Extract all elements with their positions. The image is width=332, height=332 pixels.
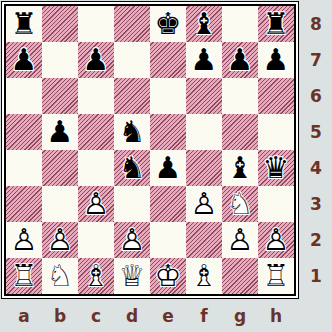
black-pawn-glyph: ♟ xyxy=(150,150,186,186)
square-g8[interactable] xyxy=(222,6,258,42)
square-a7[interactable]: ♟ xyxy=(6,42,42,78)
square-f3[interactable]: ♟♙ xyxy=(186,186,222,222)
square-g6[interactable] xyxy=(222,78,258,114)
white-king[interactable]: ♚♔ xyxy=(150,258,186,294)
square-b5[interactable]: ♟ xyxy=(42,114,78,150)
file-label-d: d xyxy=(114,299,150,332)
white-pawn-glyph: ♙ xyxy=(222,222,258,258)
file-label-g: g xyxy=(222,299,258,332)
white-queen[interactable]: ♛♕ xyxy=(114,258,150,294)
square-h1[interactable]: ♜♖ xyxy=(258,258,294,294)
white-king-glyph: ♔ xyxy=(150,258,186,294)
square-e1[interactable]: ♚♔ xyxy=(150,258,186,294)
square-g4[interactable]: ♝ xyxy=(222,150,258,186)
file-labels: a b c d e f g h xyxy=(6,299,294,332)
square-d7[interactable] xyxy=(114,42,150,78)
file-label-c: c xyxy=(78,299,114,332)
file-label-h: h xyxy=(258,299,294,332)
white-knight[interactable]: ♞♘ xyxy=(222,186,258,222)
white-pawn[interactable]: ♟♙ xyxy=(258,222,294,258)
square-f4[interactable] xyxy=(186,150,222,186)
square-h8[interactable]: ♜ xyxy=(258,6,294,42)
file-label-e: e xyxy=(150,299,186,332)
square-b6[interactable] xyxy=(42,78,78,114)
white-pawn-glyph: ♙ xyxy=(78,186,114,222)
rank-label-3: 3 xyxy=(300,186,332,222)
square-h6[interactable] xyxy=(258,78,294,114)
white-pawn[interactable]: ♟♙ xyxy=(114,222,150,258)
square-h7[interactable]: ♟ xyxy=(258,42,294,78)
square-a5[interactable] xyxy=(6,114,42,150)
square-e8[interactable]: ♚ xyxy=(150,6,186,42)
white-pawn-glyph: ♙ xyxy=(42,222,78,258)
square-a8[interactable]: ♜ xyxy=(6,6,42,42)
white-knight-glyph: ♘ xyxy=(42,258,78,294)
white-pawn[interactable]: ♟♙ xyxy=(6,222,42,258)
square-h2[interactable]: ♟♙ xyxy=(258,222,294,258)
square-e7[interactable] xyxy=(150,42,186,78)
rank-label-8: 8 xyxy=(300,6,332,42)
square-c1[interactable]: ♝♗ xyxy=(78,258,114,294)
white-rook[interactable]: ♜♖ xyxy=(258,258,294,294)
black-bishop-glyph: ♝ xyxy=(186,6,222,42)
square-c8[interactable] xyxy=(78,6,114,42)
black-pawn-glyph: ♟ xyxy=(186,42,222,78)
square-f1[interactable]: ♝♗ xyxy=(186,258,222,294)
rank-label-5: 5 xyxy=(300,114,332,150)
black-rook[interactable]: ♜ xyxy=(258,6,294,42)
square-f6[interactable] xyxy=(186,78,222,114)
square-c4[interactable] xyxy=(78,150,114,186)
square-e5[interactable] xyxy=(150,114,186,150)
square-d1[interactable]: ♛♕ xyxy=(114,258,150,294)
square-e6[interactable] xyxy=(150,78,186,114)
square-f5[interactable] xyxy=(186,114,222,150)
white-bishop-glyph: ♗ xyxy=(78,258,114,294)
white-bishop-glyph: ♗ xyxy=(186,258,222,294)
white-queen-glyph: ♕ xyxy=(114,258,150,294)
square-c3[interactable]: ♟♙ xyxy=(78,186,114,222)
square-a1[interactable]: ♜♖ xyxy=(6,258,42,294)
rank-label-1: 1 xyxy=(300,258,332,294)
square-d3[interactable] xyxy=(114,186,150,222)
rank-label-7: 7 xyxy=(300,42,332,78)
square-f7[interactable]: ♟ xyxy=(186,42,222,78)
black-king-glyph: ♚ xyxy=(150,6,186,42)
black-pawn-glyph: ♟ xyxy=(42,114,78,150)
chess-diagram: ♜♚♝♜♟♟♟♟♟♟♞♞♟♝♛♟♙♟♙♞♘♟♙♟♙♟♙♟♙♟♙♜♖♞♘♝♗♛♕♚… xyxy=(0,0,332,332)
square-h3[interactable] xyxy=(258,186,294,222)
black-bishop[interactable]: ♝ xyxy=(222,150,258,186)
black-rook-glyph: ♜ xyxy=(6,6,42,42)
square-e4[interactable]: ♟ xyxy=(150,150,186,186)
square-b4[interactable] xyxy=(42,150,78,186)
white-knight-glyph: ♘ xyxy=(222,186,258,222)
white-pawn-glyph: ♙ xyxy=(114,222,150,258)
square-d8[interactable] xyxy=(114,6,150,42)
black-king[interactable]: ♚ xyxy=(150,6,186,42)
black-knight-glyph: ♞ xyxy=(114,114,150,150)
white-pawn-glyph: ♙ xyxy=(186,186,222,222)
black-pawn[interactable]: ♟ xyxy=(186,42,222,78)
file-label-f: f xyxy=(186,299,222,332)
square-b1[interactable]: ♞♘ xyxy=(42,258,78,294)
black-pawn-glyph: ♟ xyxy=(6,42,42,78)
black-queen-glyph: ♛ xyxy=(258,150,294,186)
white-rook[interactable]: ♜♖ xyxy=(6,258,42,294)
square-c7[interactable]: ♟ xyxy=(78,42,114,78)
white-pawn[interactable]: ♟♙ xyxy=(222,222,258,258)
black-bishop[interactable]: ♝ xyxy=(186,6,222,42)
square-c6[interactable] xyxy=(78,78,114,114)
file-label-b: b xyxy=(42,299,78,332)
black-queen[interactable]: ♛ xyxy=(258,150,294,186)
square-g7[interactable]: ♟ xyxy=(222,42,258,78)
square-g5[interactable] xyxy=(222,114,258,150)
black-pawn[interactable]: ♟ xyxy=(258,42,294,78)
square-g2[interactable]: ♟♙ xyxy=(222,222,258,258)
square-g1[interactable] xyxy=(222,258,258,294)
square-a2[interactable]: ♟♙ xyxy=(6,222,42,258)
white-pawn-glyph: ♙ xyxy=(258,222,294,258)
square-b8[interactable] xyxy=(42,6,78,42)
black-rook[interactable]: ♜ xyxy=(6,6,42,42)
board-border: ♜♚♝♜♟♟♟♟♟♟♞♞♟♝♛♟♙♟♙♞♘♟♙♟♙♟♙♟♙♟♙♜♖♞♘♝♗♛♕♚… xyxy=(1,1,299,299)
white-bishop[interactable]: ♝♗ xyxy=(78,258,114,294)
chess-board: ♜♚♝♜♟♟♟♟♟♟♞♞♟♝♛♟♙♟♙♞♘♟♙♟♙♟♙♟♙♟♙♜♖♞♘♝♗♛♕♚… xyxy=(6,6,294,294)
file-label-a: a xyxy=(6,299,42,332)
black-pawn[interactable]: ♟ xyxy=(6,42,42,78)
square-c5[interactable] xyxy=(78,114,114,150)
white-pawn[interactable]: ♟♙ xyxy=(186,186,222,222)
square-a3[interactable] xyxy=(6,186,42,222)
black-pawn[interactable]: ♟ xyxy=(222,42,258,78)
square-b7[interactable] xyxy=(42,42,78,78)
square-a4[interactable] xyxy=(6,150,42,186)
square-d4[interactable]: ♞ xyxy=(114,150,150,186)
black-knight[interactable]: ♞ xyxy=(114,114,150,150)
square-g3[interactable]: ♞♘ xyxy=(222,186,258,222)
black-pawn[interactable]: ♟ xyxy=(150,150,186,186)
square-f8[interactable]: ♝ xyxy=(186,6,222,42)
square-d6[interactable] xyxy=(114,78,150,114)
white-pawn[interactable]: ♟♙ xyxy=(42,222,78,258)
white-knight[interactable]: ♞♘ xyxy=(42,258,78,294)
square-b3[interactable] xyxy=(42,186,78,222)
square-e3[interactable] xyxy=(150,186,186,222)
black-pawn[interactable]: ♟ xyxy=(42,114,78,150)
square-h4[interactable]: ♛ xyxy=(258,150,294,186)
black-knight[interactable]: ♞ xyxy=(114,150,150,186)
square-e2[interactable] xyxy=(150,222,186,258)
square-f2[interactable] xyxy=(186,222,222,258)
white-rook-glyph: ♖ xyxy=(6,258,42,294)
board-inner-border: ♜♚♝♜♟♟♟♟♟♟♞♞♟♝♛♟♙♟♙♞♘♟♙♟♙♟♙♟♙♟♙♜♖♞♘♝♗♛♕♚… xyxy=(4,4,296,296)
black-bishop-glyph: ♝ xyxy=(222,150,258,186)
square-c2[interactable] xyxy=(78,222,114,258)
square-h5[interactable] xyxy=(258,114,294,150)
rank-label-6: 6 xyxy=(300,78,332,114)
rank-label-4: 4 xyxy=(300,150,332,186)
black-pawn-glyph: ♟ xyxy=(222,42,258,78)
white-rook-glyph: ♖ xyxy=(258,258,294,294)
black-pawn-glyph: ♟ xyxy=(78,42,114,78)
rank-label-2: 2 xyxy=(300,222,332,258)
white-pawn-glyph: ♙ xyxy=(6,222,42,258)
black-rook-glyph: ♜ xyxy=(258,6,294,42)
black-pawn-glyph: ♟ xyxy=(258,42,294,78)
square-d5[interactable]: ♞ xyxy=(114,114,150,150)
rank-labels: 8 7 6 5 4 3 2 1 xyxy=(300,6,332,294)
white-pawn[interactable]: ♟♙ xyxy=(78,186,114,222)
square-d2[interactable]: ♟♙ xyxy=(114,222,150,258)
black-knight-glyph: ♞ xyxy=(114,150,150,186)
square-a6[interactable] xyxy=(6,78,42,114)
square-b2[interactable]: ♟♙ xyxy=(42,222,78,258)
black-pawn[interactable]: ♟ xyxy=(78,42,114,78)
white-bishop[interactable]: ♝♗ xyxy=(186,258,222,294)
